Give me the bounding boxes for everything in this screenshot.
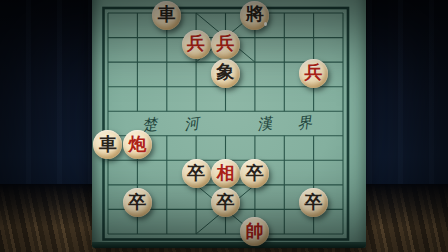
piece-label: 卒 (216, 193, 234, 211)
piece-black-soldier-e[interactable]: 卒 (299, 188, 328, 217)
piece-red-general[interactable]: 帥 (240, 217, 269, 246)
piece-black-soldier-a[interactable]: 卒 (182, 159, 211, 188)
piece-label: 卒 (305, 193, 323, 211)
stage: 楚 河 漢 界 車將兵兵象兵車炮卒相卒卒卒卒帥 (0, 0, 448, 252)
piece-label: 兵 (187, 34, 205, 52)
highlight-dot (264, 22, 267, 26)
piece-black-soldier-d[interactable]: 卒 (211, 188, 240, 217)
piece-black-soldier-c[interactable]: 卒 (123, 188, 152, 217)
piece-grid[interactable]: 車將兵兵象兵車炮卒相卒卒卒卒帥 (93, 1, 357, 247)
piece-red-elephant[interactable]: 相 (211, 159, 240, 188)
piece-label: 車 (99, 135, 117, 153)
piece-black-chariot-a[interactable]: 車 (152, 1, 181, 30)
piece-label: 帥 (246, 222, 264, 240)
piece-black-chariot-b[interactable]: 車 (93, 130, 122, 159)
piece-label: 相 (216, 164, 234, 182)
piece-red-soldier-a[interactable]: 兵 (182, 30, 211, 59)
piece-red-soldier-b[interactable]: 兵 (211, 30, 240, 59)
piece-label: 卒 (128, 193, 146, 211)
piece-label: 兵 (216, 34, 234, 52)
piece-red-soldier-c[interactable]: 兵 (299, 59, 328, 88)
piece-black-elephant[interactable]: 象 (211, 59, 240, 88)
piece-label: 將 (246, 5, 264, 23)
piece-label: 卒 (246, 164, 264, 182)
piece-black-soldier-b[interactable]: 卒 (240, 159, 269, 188)
piece-red-cannon[interactable]: 炮 (123, 130, 152, 159)
piece-label: 兵 (305, 63, 323, 81)
piece-label: 車 (158, 5, 176, 23)
piece-label: 象 (216, 63, 234, 81)
piece-label: 炮 (128, 135, 146, 153)
piece-label: 卒 (187, 164, 205, 182)
